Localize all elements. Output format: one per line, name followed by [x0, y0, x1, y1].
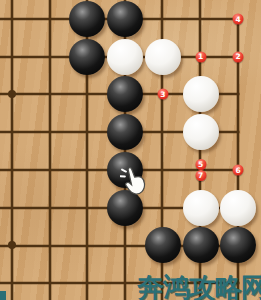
- board-point[interactable]: [144, 151, 182, 189]
- board-point[interactable]: [0, 113, 31, 151]
- board-point[interactable]: 2: [219, 38, 257, 76]
- board-point[interactable]: [144, 0, 182, 38]
- board-point[interactable]: 4: [219, 0, 257, 38]
- move-number-marker: 6: [233, 164, 244, 175]
- move-number-marker: 2: [233, 51, 244, 62]
- black-stone[interactable]: [69, 1, 105, 37]
- board-point[interactable]: [31, 113, 69, 151]
- move-number-marker: 7: [195, 170, 206, 181]
- board-point[interactable]: [31, 38, 69, 76]
- board-point[interactable]: [144, 38, 182, 76]
- black-stone[interactable]: [107, 1, 143, 37]
- board-point[interactable]: [219, 189, 257, 227]
- board-point[interactable]: [0, 0, 31, 38]
- board-point[interactable]: [0, 226, 31, 264]
- star-point: [8, 241, 16, 249]
- black-stone[interactable]: [183, 227, 219, 263]
- white-stone[interactable]: [107, 39, 143, 75]
- move-number-marker: 3: [157, 89, 168, 100]
- board-point[interactable]: [69, 264, 107, 300]
- board-point[interactable]: [219, 76, 257, 114]
- black-stone[interactable]: [220, 227, 256, 263]
- board-point[interactable]: [69, 189, 107, 227]
- board-point[interactable]: [0, 151, 31, 189]
- board-point[interactable]: [0, 38, 31, 76]
- board-point[interactable]: [106, 38, 144, 76]
- board-point[interactable]: [0, 189, 31, 227]
- black-stone[interactable]: [107, 114, 143, 150]
- move-number-marker: 1: [195, 51, 206, 62]
- board-point[interactable]: 6: [219, 151, 257, 189]
- board-point[interactable]: [31, 0, 69, 38]
- board-point[interactable]: [0, 76, 31, 114]
- board-point[interactable]: [182, 0, 220, 38]
- white-stone[interactable]: [183, 114, 219, 150]
- board-point[interactable]: 57: [182, 151, 220, 189]
- board-point[interactable]: [144, 226, 182, 264]
- board-point[interactable]: [219, 113, 257, 151]
- star-point: [8, 90, 16, 98]
- board-point[interactable]: [144, 113, 182, 151]
- board-point[interactable]: [106, 113, 144, 151]
- board-point[interactable]: [69, 38, 107, 76]
- white-stone[interactable]: [145, 39, 181, 75]
- board-point[interactable]: [31, 151, 69, 189]
- white-stone[interactable]: [220, 190, 256, 226]
- board-point[interactable]: 1: [182, 38, 220, 76]
- black-stone[interactable]: [145, 227, 181, 263]
- board-point[interactable]: [31, 264, 69, 300]
- move-number-marker: 4: [233, 13, 244, 24]
- move-number-marker: 5: [195, 159, 206, 170]
- board-point[interactable]: [31, 189, 69, 227]
- board-point[interactable]: [69, 151, 107, 189]
- board-point[interactable]: [69, 226, 107, 264]
- black-stone[interactable]: [69, 39, 105, 75]
- tap-hand-cursor-icon: [120, 164, 148, 202]
- board-point[interactable]: [182, 76, 220, 114]
- board-point[interactable]: [106, 226, 144, 264]
- board-point[interactable]: [219, 226, 257, 264]
- watermark-text: 奔鸿攻略网: [137, 270, 261, 300]
- board-point[interactable]: 3: [144, 76, 182, 114]
- black-stone[interactable]: [107, 76, 143, 112]
- watermark-fragment: [0, 291, 6, 300]
- board-point[interactable]: [106, 76, 144, 114]
- white-stone[interactable]: [183, 190, 219, 226]
- board-point[interactable]: [69, 0, 107, 38]
- board-point[interactable]: [182, 189, 220, 227]
- board-point[interactable]: [106, 0, 144, 38]
- board-point[interactable]: [31, 226, 69, 264]
- board-point[interactable]: [31, 76, 69, 114]
- white-stone[interactable]: [183, 76, 219, 112]
- board-point[interactable]: [69, 76, 107, 114]
- go-board[interactable]: 4123576: [0, 0, 257, 300]
- board-point[interactable]: [69, 113, 107, 151]
- board-point[interactable]: [182, 226, 220, 264]
- board-point[interactable]: [182, 113, 220, 151]
- board-point[interactable]: [144, 189, 182, 227]
- go-board-screen: 4123576 奔鸿攻略网: [0, 0, 261, 300]
